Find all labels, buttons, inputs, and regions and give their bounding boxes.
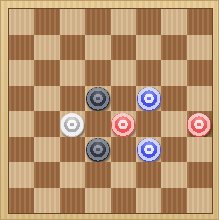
square-r2c6-light[interactable] [161,60,186,86]
square-r4c7-dark[interactable] [187,111,212,137]
square-r6c5-dark[interactable] [136,162,161,188]
square-r3c7-light[interactable] [187,86,212,112]
square-r0c4-light[interactable] [111,9,136,35]
square-r6c1-dark[interactable] [34,162,59,188]
square-r4c0-light[interactable] [9,111,34,137]
square-r5c0-dark[interactable] [9,137,34,163]
square-r4c1-dark[interactable] [34,111,59,137]
square-r4c2-light[interactable] [60,111,85,137]
square-r4c4-light[interactable] [111,111,136,137]
square-r5c4-dark[interactable] [111,137,136,163]
square-r0c6-light[interactable] [161,9,186,35]
square-r7c0-dark[interactable] [9,188,34,214]
square-r0c2-light[interactable] [60,9,85,35]
square-r2c0-light[interactable] [9,60,34,86]
square-r1c2-dark[interactable] [60,35,85,61]
square-r1c3-light[interactable] [85,35,110,61]
square-r5c3-light[interactable] [85,137,110,163]
square-r0c3-dark[interactable] [85,9,110,35]
square-r5c1-light[interactable] [34,137,59,163]
square-r3c3-light[interactable] [85,86,110,112]
square-r1c0-dark[interactable] [9,35,34,61]
checker-piece-red[interactable] [187,113,211,137]
square-r0c7-dark[interactable] [187,9,212,35]
square-r6c2-light[interactable] [60,162,85,188]
square-r2c5-dark[interactable] [136,60,161,86]
board-frame [0,0,219,220]
square-r7c7-light[interactable] [187,188,212,214]
square-r1c5-light[interactable] [136,35,161,61]
checker-piece-white[interactable] [60,113,84,137]
square-r3c1-light[interactable] [34,86,59,112]
square-r5c6-dark[interactable] [161,137,186,163]
square-r2c4-light[interactable] [111,60,136,86]
square-r4c5-dark[interactable] [136,111,161,137]
square-r0c5-dark[interactable] [136,9,161,35]
square-r6c7-dark[interactable] [187,162,212,188]
square-r3c6-dark[interactable] [161,86,186,112]
square-r7c3-light[interactable] [85,188,110,214]
square-r6c4-light[interactable] [111,162,136,188]
square-r4c3-dark[interactable] [85,111,110,137]
square-r0c1-dark[interactable] [34,9,59,35]
checker-piece-black[interactable] [86,87,110,111]
square-r5c2-dark[interactable] [60,137,85,163]
square-r7c1-light[interactable] [34,188,59,214]
checker-piece-red[interactable] [111,113,135,137]
square-r6c6-light[interactable] [161,162,186,188]
square-r3c4-dark[interactable] [111,86,136,112]
square-r2c7-dark[interactable] [187,60,212,86]
square-r5c7-light[interactable] [187,137,212,163]
square-r2c1-dark[interactable] [34,60,59,86]
square-r5c5-light[interactable] [136,137,161,163]
square-r7c5-light[interactable] [136,188,161,214]
square-r2c3-dark[interactable] [85,60,110,86]
square-r3c0-dark[interactable] [9,86,34,112]
checker-piece-black[interactable] [86,138,110,162]
square-r1c4-dark[interactable] [111,35,136,61]
square-r6c3-dark[interactable] [85,162,110,188]
square-r2c2-light[interactable] [60,60,85,86]
square-r0c0-light[interactable] [9,9,34,35]
square-r3c5-light[interactable] [136,86,161,112]
square-r6c0-light[interactable] [9,162,34,188]
square-r1c1-light[interactable] [34,35,59,61]
square-r3c2-dark[interactable] [60,86,85,112]
checker-piece-blue[interactable] [137,87,161,111]
square-r1c6-dark[interactable] [161,35,186,61]
square-r7c6-dark[interactable] [161,188,186,214]
square-r7c2-dark[interactable] [60,188,85,214]
square-r1c7-light[interactable] [187,35,212,61]
square-r4c6-light[interactable] [161,111,186,137]
square-r7c4-dark[interactable] [111,188,136,214]
checkers-board [9,9,212,213]
checker-piece-blue[interactable] [137,138,161,162]
